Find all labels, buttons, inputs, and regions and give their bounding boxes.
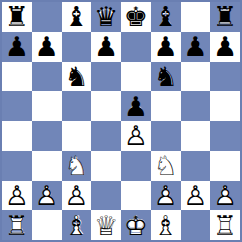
square-c6[interactable]: ♞♞	[62, 62, 92, 92]
piece-outline-layer: ♙	[181, 181, 211, 211]
piece-outline-layer: ♙	[121, 121, 151, 151]
piece-outline-layer: ♖	[210, 210, 240, 240]
piece-outline-layer: ♟	[181, 32, 211, 62]
piece-outline-layer: ♛	[91, 2, 121, 32]
square-d1[interactable]: ♛♕	[91, 210, 121, 240]
square-a8[interactable]: ♜♜	[2, 2, 32, 32]
black-pawn-icon[interactable]: ♟♟	[2, 32, 32, 62]
piece-outline-layer: ♕	[91, 210, 121, 240]
square-h6[interactable]	[210, 62, 240, 92]
piece-outline-layer: ♞	[62, 62, 92, 92]
white-king-icon[interactable]: ♚♔	[121, 210, 151, 240]
square-b4[interactable]	[32, 121, 62, 151]
piece-outline-layer: ♙	[32, 181, 62, 211]
piece-outline-layer: ♝	[151, 2, 181, 32]
piece-outline-layer: ♘	[151, 151, 181, 181]
square-f6[interactable]: ♞♞	[151, 62, 181, 92]
square-e1[interactable]: ♚♔	[121, 210, 151, 240]
piece-outline-layer: ♚	[121, 2, 151, 32]
black-knight-icon[interactable]: ♞♞	[62, 62, 92, 92]
white-knight-icon[interactable]: ♞♘	[151, 151, 181, 181]
black-queen-icon[interactable]: ♛♛	[91, 2, 121, 32]
square-b2[interactable]: ♟♙	[32, 181, 62, 211]
square-e8[interactable]: ♚♚	[121, 2, 151, 32]
black-pawn-icon[interactable]: ♟♟	[121, 91, 151, 121]
square-a2[interactable]: ♟♙	[2, 181, 32, 211]
square-h3[interactable]	[210, 151, 240, 181]
square-e6[interactable]	[121, 62, 151, 92]
square-f5[interactable]	[151, 91, 181, 121]
piece-outline-layer: ♘	[62, 151, 92, 181]
square-e3[interactable]	[121, 151, 151, 181]
black-rook-icon[interactable]: ♜♜	[2, 2, 32, 32]
square-g5[interactable]	[181, 91, 211, 121]
piece-outline-layer: ♟	[32, 32, 62, 62]
square-a1[interactable]: ♜♖	[2, 210, 32, 240]
square-b3[interactable]	[32, 151, 62, 181]
black-pawn-icon[interactable]: ♟♟	[91, 32, 121, 62]
square-c7[interactable]	[62, 32, 92, 62]
square-c1[interactable]: ♝♗	[62, 210, 92, 240]
square-f3[interactable]: ♞♘	[151, 151, 181, 181]
square-h7[interactable]: ♟♟	[210, 32, 240, 62]
square-b6[interactable]	[32, 62, 62, 92]
square-f4[interactable]	[151, 121, 181, 151]
piece-outline-layer: ♖	[2, 210, 32, 240]
square-g8[interactable]	[181, 2, 211, 32]
white-pawn-icon[interactable]: ♟♙	[210, 181, 240, 211]
white-pawn-icon[interactable]: ♟♙	[151, 181, 181, 211]
piece-outline-layer: ♙	[62, 181, 92, 211]
piece-outline-layer: ♜	[2, 2, 32, 32]
square-c8[interactable]: ♝♝	[62, 2, 92, 32]
square-g7[interactable]: ♟♟	[181, 32, 211, 62]
black-pawn-icon[interactable]: ♟♟	[32, 32, 62, 62]
square-h1[interactable]: ♜♖	[210, 210, 240, 240]
square-d2[interactable]	[91, 181, 121, 211]
square-b1[interactable]	[32, 210, 62, 240]
black-pawn-icon[interactable]: ♟♟	[151, 32, 181, 62]
square-h8[interactable]: ♜♜	[210, 2, 240, 32]
black-knight-icon[interactable]: ♞♞	[151, 62, 181, 92]
white-knight-icon[interactable]: ♞♘	[62, 151, 92, 181]
white-pawn-icon[interactable]: ♟♙	[32, 181, 62, 211]
square-b5[interactable]	[32, 91, 62, 121]
piece-outline-layer: ♗	[151, 210, 181, 240]
piece-outline-layer: ♙	[210, 181, 240, 211]
white-bishop-icon[interactable]: ♝♗	[151, 210, 181, 240]
square-b8[interactable]	[32, 2, 62, 32]
white-rook-icon[interactable]: ♜♖	[2, 210, 32, 240]
square-d7[interactable]: ♟♟	[91, 32, 121, 62]
square-e5[interactable]: ♟♟	[121, 91, 151, 121]
square-a6[interactable]	[2, 62, 32, 92]
square-g4[interactable]	[181, 121, 211, 151]
piece-outline-layer: ♝	[62, 2, 92, 32]
piece-outline-layer: ♟	[2, 32, 32, 62]
square-g1[interactable]	[181, 210, 211, 240]
piece-outline-layer: ♙	[151, 181, 181, 211]
square-a5[interactable]	[2, 91, 32, 121]
white-pawn-icon[interactable]: ♟♙	[121, 121, 151, 151]
piece-outline-layer: ♔	[121, 210, 151, 240]
square-e4[interactable]: ♟♙	[121, 121, 151, 151]
chess-board: ♜♜♝♝♛♛♚♚♝♝♜♜♟♟♟♟♟♟♟♟♟♟♟♟♞♞♞♞♟♟♟♙♞♘♞♘♟♙♟♙…	[0, 0, 242, 242]
square-d8[interactable]: ♛♛	[91, 2, 121, 32]
piece-outline-layer: ♟	[151, 32, 181, 62]
square-f1[interactable]: ♝♗	[151, 210, 181, 240]
square-c5[interactable]	[62, 91, 92, 121]
piece-outline-layer: ♞	[151, 62, 181, 92]
square-g3[interactable]	[181, 151, 211, 181]
black-bishop-icon[interactable]: ♝♝	[62, 2, 92, 32]
piece-outline-layer: ♟	[210, 32, 240, 62]
square-a4[interactable]	[2, 121, 32, 151]
square-c3[interactable]: ♞♘	[62, 151, 92, 181]
piece-outline-layer: ♗	[62, 210, 92, 240]
square-d3[interactable]	[91, 151, 121, 181]
white-queen-icon[interactable]: ♛♕	[91, 210, 121, 240]
square-d4[interactable]	[91, 121, 121, 151]
black-rook-icon[interactable]: ♜♜	[210, 2, 240, 32]
white-pawn-icon[interactable]: ♟♙	[62, 181, 92, 211]
piece-outline-layer: ♟	[121, 91, 151, 121]
black-pawn-icon[interactable]: ♟♟	[181, 32, 211, 62]
square-g6[interactable]	[181, 62, 211, 92]
piece-outline-layer: ♙	[2, 181, 32, 211]
square-d6[interactable]	[91, 62, 121, 92]
square-h5[interactable]	[210, 91, 240, 121]
square-e7[interactable]	[121, 32, 151, 62]
square-f2[interactable]: ♟♙	[151, 181, 181, 211]
square-a3[interactable]	[2, 151, 32, 181]
white-bishop-icon[interactable]: ♝♗	[62, 210, 92, 240]
piece-outline-layer: ♟	[91, 32, 121, 62]
square-h4[interactable]	[210, 121, 240, 151]
square-d5[interactable]	[91, 91, 121, 121]
square-c4[interactable]	[62, 121, 92, 151]
white-pawn-icon[interactable]: ♟♙	[181, 181, 211, 211]
black-pawn-icon[interactable]: ♟♟	[210, 32, 240, 62]
square-h2[interactable]: ♟♙	[210, 181, 240, 211]
square-a7[interactable]: ♟♟	[2, 32, 32, 62]
square-b7[interactable]: ♟♟	[32, 32, 62, 62]
piece-outline-layer: ♜	[210, 2, 240, 32]
black-bishop-icon[interactable]: ♝♝	[151, 2, 181, 32]
square-c2[interactable]: ♟♙	[62, 181, 92, 211]
white-pawn-icon[interactable]: ♟♙	[2, 181, 32, 211]
white-rook-icon[interactable]: ♜♖	[210, 210, 240, 240]
black-king-icon[interactable]: ♚♚	[121, 2, 151, 32]
square-g2[interactable]: ♟♙	[181, 181, 211, 211]
square-f7[interactable]: ♟♟	[151, 32, 181, 62]
square-e2[interactable]	[121, 181, 151, 211]
square-f8[interactable]: ♝♝	[151, 2, 181, 32]
